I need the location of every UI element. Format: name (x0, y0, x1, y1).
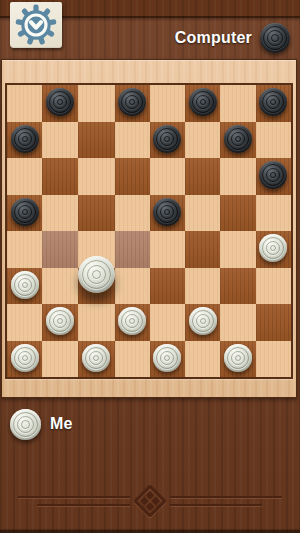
square-r2c5[interactable] (150, 122, 185, 159)
opponent-label: Computer (175, 29, 252, 47)
piece-ring (22, 136, 28, 142)
square-r6c8 (256, 268, 291, 305)
square-r1c8[interactable] (256, 85, 291, 122)
checker-white[interactable] (153, 344, 181, 372)
gear-chevron-icon (15, 4, 57, 46)
divider-line (170, 496, 282, 498)
checker-black[interactable] (118, 88, 146, 116)
piece-ring (21, 420, 30, 429)
square-r2c4 (115, 122, 150, 159)
square-r4c5[interactable] (150, 195, 185, 232)
square-r5c2-highlighted[interactable] (42, 231, 77, 268)
square-r2c1[interactable] (7, 122, 42, 159)
divider-diamond-ornament (133, 484, 167, 518)
square-r7c6[interactable] (185, 304, 220, 341)
square-r3c7 (220, 158, 255, 195)
checkers-board (5, 83, 293, 379)
square-r1c7 (220, 85, 255, 122)
square-r6c1[interactable] (7, 268, 42, 305)
settings-button[interactable] (10, 2, 62, 48)
square-r1c5 (150, 85, 185, 122)
checker-white[interactable] (11, 271, 39, 299)
square-r1c3 (78, 85, 115, 122)
square-r8c3[interactable] (78, 341, 115, 378)
square-r6c7[interactable] (220, 268, 255, 305)
square-r5c1 (7, 231, 42, 268)
square-r8c4 (115, 341, 150, 378)
piece-ring (22, 282, 28, 288)
square-r4c7[interactable] (220, 195, 255, 232)
square-r4c1[interactable] (7, 195, 42, 232)
square-r8c8 (256, 341, 291, 378)
checker-black[interactable] (153, 198, 181, 226)
checker-black[interactable] (11, 125, 39, 153)
piece-ring (235, 136, 241, 142)
square-r5c4-highlighted[interactable] (115, 231, 150, 268)
square-r3c3 (78, 158, 115, 195)
square-r4c2 (42, 195, 77, 232)
square-r7c7 (220, 304, 255, 341)
square-r8c6 (185, 341, 220, 378)
checker-white[interactable] (189, 307, 217, 335)
square-r3c6[interactable] (185, 158, 220, 195)
square-r6c4 (115, 268, 150, 305)
square-r5c5 (150, 231, 185, 268)
checker-black[interactable] (224, 125, 252, 153)
square-r3c4[interactable] (115, 158, 150, 195)
square-r8c2 (42, 341, 77, 378)
checker-white[interactable] (118, 307, 146, 335)
checker-white[interactable] (224, 344, 252, 372)
square-r2c8 (256, 122, 291, 159)
opponent-indicator: Computer (175, 23, 290, 53)
square-r4c8 (256, 195, 291, 232)
board-frame (1, 59, 297, 398)
opponent-piece-icon (260, 23, 290, 53)
checker-white[interactable] (82, 344, 110, 372)
checker-black[interactable] (259, 88, 287, 116)
square-r7c8[interactable] (256, 304, 291, 341)
ornament-dot (146, 502, 154, 510)
square-r6c5[interactable] (150, 268, 185, 305)
piece-ring (22, 209, 28, 215)
square-r8c1[interactable] (7, 341, 42, 378)
square-r2c2 (42, 122, 77, 159)
checker-white-selected[interactable] (78, 256, 115, 293)
checkers-app-screen: Computer Me (0, 0, 300, 533)
piece-ring (22, 355, 28, 361)
checker-white[interactable] (46, 307, 74, 335)
checker-black[interactable] (189, 88, 217, 116)
player-piece-icon (10, 409, 41, 440)
square-r4c6 (185, 195, 220, 232)
square-r3c5 (150, 158, 185, 195)
divider-line (170, 504, 262, 506)
square-r1c4[interactable] (115, 85, 150, 122)
square-r7c3 (78, 304, 115, 341)
square-r5c6[interactable] (185, 231, 220, 268)
square-r7c5 (150, 304, 185, 341)
square-r7c1 (7, 304, 42, 341)
square-r7c2[interactable] (42, 304, 77, 341)
square-r3c1 (7, 158, 42, 195)
square-r8c7[interactable] (220, 341, 255, 378)
square-r3c2[interactable] (42, 158, 77, 195)
square-r2c3[interactable] (78, 122, 115, 159)
square-r4c4 (115, 195, 150, 232)
checker-white[interactable] (11, 344, 39, 372)
square-r1c6[interactable] (185, 85, 220, 122)
piece-ring (271, 34, 279, 42)
square-r3c8[interactable] (256, 158, 291, 195)
piece-ring (235, 355, 241, 361)
checker-black[interactable] (46, 88, 74, 116)
square-r5c7 (220, 231, 255, 268)
checker-white[interactable] (259, 234, 287, 262)
player-indicator: Me (10, 408, 73, 440)
square-r6c6 (185, 268, 220, 305)
square-r7c4[interactable] (115, 304, 150, 341)
square-r8c5[interactable] (150, 341, 185, 378)
checker-black[interactable] (153, 125, 181, 153)
square-r1c1 (7, 85, 42, 122)
square-r5c8[interactable] (256, 231, 291, 268)
square-r2c6 (185, 122, 220, 159)
ornament-dot (151, 497, 159, 505)
square-r6c2 (42, 268, 77, 305)
checker-black[interactable] (259, 161, 287, 189)
divider-line (37, 504, 130, 506)
player-label: Me (50, 415, 73, 433)
piece-ring (92, 270, 101, 279)
square-r6c3[interactable] (78, 268, 115, 305)
square-r2c7[interactable] (220, 122, 255, 159)
square-r1c2[interactable] (42, 85, 77, 122)
square-r4c3[interactable] (78, 195, 115, 232)
checker-black[interactable] (11, 198, 39, 226)
divider-line (18, 496, 130, 498)
piece-ring (93, 355, 99, 361)
